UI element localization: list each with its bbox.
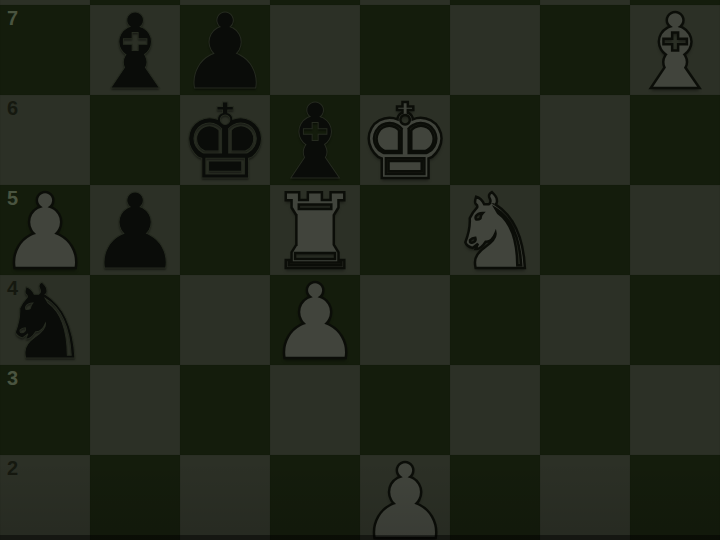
square-c5[interactable]: [180, 185, 270, 275]
rank-label-2: 2: [7, 458, 18, 478]
rank-label-7: 7: [7, 8, 18, 28]
square-h3[interactable]: [630, 365, 720, 455]
square-b2[interactable]: [90, 455, 180, 540]
white-bishop[interactable]: ♝: [628, 7, 720, 97]
white-knight[interactable]: ♞: [448, 187, 541, 277]
square-e6[interactable]: ♚: [360, 95, 450, 185]
square-d2[interactable]: [270, 455, 360, 540]
square-h6[interactable]: [630, 95, 720, 185]
square-e4[interactable]: [360, 275, 450, 365]
square-f4[interactable]: [450, 275, 540, 365]
square-e2[interactable]: ♟: [360, 455, 450, 540]
square-f7[interactable]: [450, 5, 540, 95]
square-g7[interactable]: [540, 5, 630, 95]
square-h7[interactable]: ♝: [630, 5, 720, 95]
white-king[interactable]: ♚: [358, 97, 451, 187]
square-g6[interactable]: [540, 95, 630, 185]
square-c3[interactable]: [180, 365, 270, 455]
square-c2[interactable]: [180, 455, 270, 540]
square-c4[interactable]: [180, 275, 270, 365]
square-g5[interactable]: [540, 185, 630, 275]
square-h4[interactable]: [630, 275, 720, 365]
square-h2[interactable]: [630, 455, 720, 540]
square-d4[interactable]: ♟: [270, 275, 360, 365]
square-g3[interactable]: [540, 365, 630, 455]
white-pawn[interactable]: ♟: [358, 457, 451, 540]
square-h5[interactable]: [630, 185, 720, 275]
square-b7[interactable]: ♝: [90, 5, 180, 95]
black-bishop[interactable]: ♝: [88, 7, 181, 97]
square-b5[interactable]: ♟: [90, 185, 180, 275]
white-pawn[interactable]: ♟: [268, 277, 361, 367]
square-e5[interactable]: [360, 185, 450, 275]
square-b4[interactable]: [90, 275, 180, 365]
square-a3[interactable]: 3: [0, 365, 90, 455]
square-a7[interactable]: 7: [0, 5, 90, 95]
square-c6[interactable]: ♚: [180, 95, 270, 185]
square-b3[interactable]: [90, 365, 180, 455]
square-a2[interactable]: 2: [0, 455, 90, 540]
rank-label-3: 3: [7, 368, 18, 388]
square-d3[interactable]: [270, 365, 360, 455]
chess-board: 7♝♟♝6♚♝♚5♟♟♜♞4♞♟32♟: [0, 0, 720, 540]
black-knight[interactable]: ♞: [0, 277, 92, 367]
black-king[interactable]: ♚: [178, 97, 271, 187]
square-g2[interactable]: [540, 455, 630, 540]
black-pawn[interactable]: ♟: [88, 187, 181, 277]
square-f5[interactable]: ♞: [450, 185, 540, 275]
square-g4[interactable]: [540, 275, 630, 365]
square-f3[interactable]: [450, 365, 540, 455]
rank-label-6: 6: [7, 98, 18, 118]
square-a4[interactable]: 4♞: [0, 275, 90, 365]
square-f2[interactable]: [450, 455, 540, 540]
